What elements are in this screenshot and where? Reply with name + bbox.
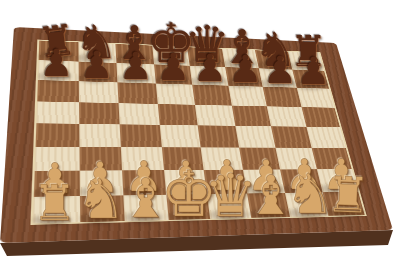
piece-black-pawn[interactable]: ♟: [119, 48, 153, 86]
piece-black-pawn[interactable]: ♟: [297, 53, 331, 91]
piece-layer: ♜♞♝♚♛♝♞♜♟♟♟♟♟♟♟♟♟♟♟♟♟♟♟♟♜♞♝♚♛♝♞♜: [0, 0, 400, 276]
piece-black-pawn[interactable]: ♟: [40, 45, 74, 83]
piece-white-knight[interactable]: ♞: [76, 173, 125, 228]
chessboard-photo: ♜♞♝♚♛♝♞♜♟♟♟♟♟♟♟♟♟♟♟♟♟♟♟♟♜♞♝♚♛♝♞♜: [0, 0, 400, 276]
piece-white-rook[interactable]: ♜: [325, 171, 371, 222]
piece-black-pawn[interactable]: ♟: [263, 52, 297, 90]
piece-black-pawn[interactable]: ♟: [156, 49, 190, 87]
piece-black-pawn[interactable]: ♟: [193, 50, 227, 88]
piece-white-rook[interactable]: ♜: [32, 179, 76, 228]
piece-black-pawn[interactable]: ♟: [229, 51, 263, 89]
piece-black-pawn[interactable]: ♟: [80, 47, 114, 85]
